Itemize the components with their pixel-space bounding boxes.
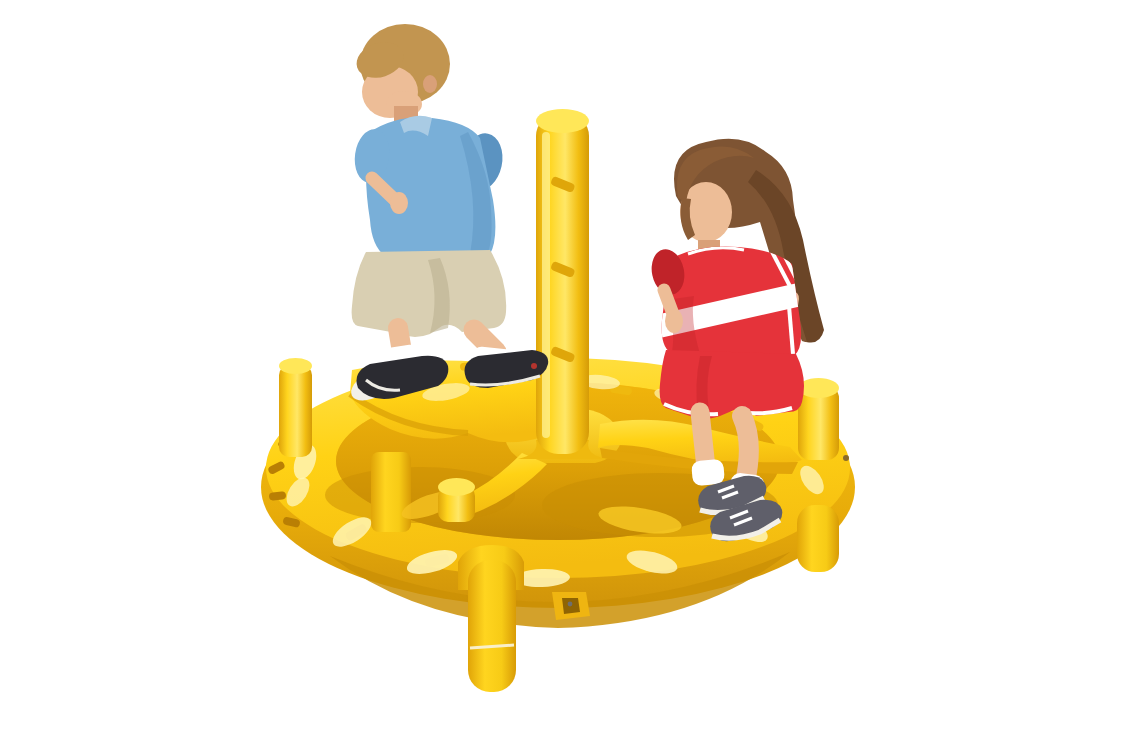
girl-left-hand xyxy=(665,309,683,333)
post-highlight xyxy=(542,132,550,438)
leg-tube xyxy=(468,560,516,692)
boy-shorts xyxy=(352,250,507,337)
support-leg-right xyxy=(797,505,839,572)
rim-post-cap xyxy=(798,378,839,398)
rim-post-left xyxy=(279,358,312,457)
girl-right-leg xyxy=(742,416,749,482)
rim-post-right xyxy=(798,378,839,460)
product-photo xyxy=(0,0,1140,737)
boy-left-hand xyxy=(390,192,408,214)
rim-post-cap xyxy=(279,358,312,374)
girl-left-leg xyxy=(700,412,706,468)
rim-post-cap xyxy=(438,478,475,496)
rim-post-body xyxy=(279,365,312,457)
rim-post-front xyxy=(438,478,475,522)
support-leg-inner xyxy=(371,452,411,532)
bracket-screw xyxy=(568,602,573,607)
post-cap xyxy=(536,109,589,133)
boy-shoe-logo xyxy=(531,363,537,369)
rivet xyxy=(843,455,849,461)
girl-left-sock xyxy=(691,459,725,487)
photo-canvas xyxy=(0,0,1140,737)
boy-ear xyxy=(423,75,437,93)
mounting-bracket xyxy=(552,592,590,620)
